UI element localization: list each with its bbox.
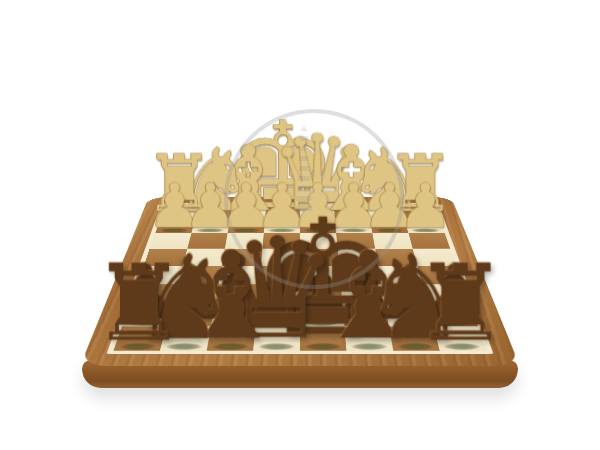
black-rook-piece: ♜ (414, 250, 508, 355)
piece-base-felt (305, 343, 342, 350)
piece-base-felt (212, 343, 250, 350)
chess-board: ♜♞♝♚♛♝♞♜♟♟♟♟♟♟♟♟♟♟♟♟♟♟♟♟♜♞♝♛♚♝♞♜ (80, 197, 520, 366)
piece-base-felt (118, 343, 157, 350)
chess-set-photo: ♜♞♝♚♛♝♞♜♟♟♟♟♟♟♟♟♟♟♟♟♟♟♟♟♜♞♝♛♚♝♞♜ (0, 0, 600, 450)
square-h8: ♜ (113, 327, 166, 351)
black-rook-piece: ♜ (92, 250, 186, 355)
square-a8: ♜ (433, 327, 486, 351)
piece-base-felt (442, 343, 481, 350)
board-inner-border: ♜♞♝♚♛♝♞♜♟♟♟♟♟♟♟♟♟♟♟♟♟♟♟♟♜♞♝♛♚♝♞♜ (106, 203, 493, 354)
board-squares-grid: ♜♞♝♚♛♝♞♜♟♟♟♟♟♟♟♟♟♟♟♟♟♟♟♟♜♞♝♛♚♝♞♜ (113, 205, 486, 351)
board-frame: ♜♞♝♚♛♝♞♜♟♟♟♟♟♟♟♟♟♟♟♟♟♟♟♟♜♞♝♛♚♝♞♜ (80, 197, 520, 366)
piece-base-felt (397, 343, 436, 350)
piece-base-felt (258, 343, 295, 350)
piece-base-felt (351, 343, 389, 350)
piece-base-felt (165, 343, 204, 350)
